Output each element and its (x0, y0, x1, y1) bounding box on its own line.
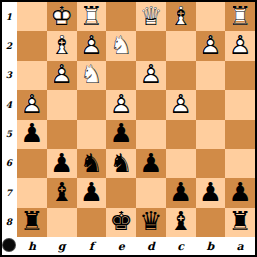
rank-label-7: 7 (2, 178, 16, 207)
white-pawn-outline: ♙ (228, 32, 251, 58)
square-e8[interactable]: ♚ (106, 208, 136, 237)
square-c5[interactable] (166, 120, 196, 149)
square-c8[interactable]: ♝ (166, 208, 196, 237)
white-knight[interactable]: ♞♘ (106, 31, 136, 60)
black-rook[interactable]: ♜ (17, 208, 47, 237)
white-pawn[interactable]: ♟♙ (77, 31, 107, 60)
white-rook-outline: ♖ (80, 3, 103, 29)
square-f3[interactable]: ♞♘ (77, 61, 107, 90)
black-bishop-glyph: ♝ (50, 179, 73, 205)
black-pawn[interactable]: ♟ (225, 178, 255, 207)
square-f5[interactable] (77, 120, 107, 149)
white-rook-outline: ♖ (228, 3, 251, 29)
black-pawn[interactable]: ♟ (106, 120, 136, 149)
white-queen-outline: ♕ (139, 3, 162, 29)
square-e6[interactable]: ♞ (106, 149, 136, 178)
black-knight[interactable]: ♞ (106, 149, 136, 178)
black-pawn-glyph: ♟ (139, 150, 162, 176)
square-a6[interactable] (225, 149, 255, 178)
square-c7[interactable]: ♟ (166, 178, 196, 207)
white-pawn-outline: ♙ (50, 61, 73, 87)
square-c2[interactable] (166, 31, 196, 60)
square-c1[interactable]: ♝♗ (166, 2, 196, 31)
square-e5[interactable]: ♟ (106, 120, 136, 149)
file-label-d: d (136, 238, 166, 254)
black-rook[interactable]: ♜ (225, 208, 255, 237)
black-bishop[interactable]: ♝ (166, 208, 196, 237)
white-knight[interactable]: ♞♘ (77, 61, 107, 90)
square-c3[interactable] (166, 61, 196, 90)
white-pawn-outline: ♙ (199, 32, 222, 58)
black-pawn[interactable]: ♟ (17, 120, 47, 149)
square-e3[interactable] (106, 61, 136, 90)
black-pawn[interactable]: ♟ (136, 149, 166, 178)
black-pawn-glyph: ♟ (50, 150, 73, 176)
white-bishop-outline: ♗ (169, 3, 192, 29)
chess-diagram: 12345678 ♚♔♜♖♛♕♝♗♜♖♝♗♟♙♞♘♟♙♟♙♟♙♞♘♟♙♟♙♟♙♟… (0, 0, 257, 257)
square-b2[interactable]: ♟♙ (196, 31, 226, 60)
file-labels: hgfedcba (17, 238, 255, 254)
square-g8[interactable] (47, 208, 77, 237)
square-b7[interactable]: ♟ (196, 178, 226, 207)
square-e2[interactable]: ♞♘ (106, 31, 136, 60)
white-rook[interactable]: ♜♖ (225, 2, 255, 31)
file-label-a: a (225, 238, 255, 254)
black-pawn[interactable]: ♟ (47, 149, 77, 178)
square-d5[interactable] (136, 120, 166, 149)
square-b1[interactable] (196, 2, 226, 31)
white-pawn-outline: ♙ (80, 32, 103, 58)
file-label-b: b (196, 238, 226, 254)
white-knight-outline: ♘ (80, 61, 103, 87)
square-a7[interactable]: ♟ (225, 178, 255, 207)
black-bishop[interactable]: ♝ (47, 178, 77, 207)
white-rook[interactable]: ♜♖ (77, 2, 107, 31)
square-h4[interactable]: ♟♙ (17, 90, 47, 119)
square-d7[interactable] (136, 178, 166, 207)
square-d4[interactable] (136, 90, 166, 119)
black-king-glyph: ♚ (109, 208, 132, 234)
white-pawn[interactable]: ♟♙ (225, 31, 255, 60)
white-knight-outline: ♘ (109, 32, 132, 58)
white-king-outline: ♔ (50, 3, 73, 29)
square-g7[interactable]: ♝ (47, 178, 77, 207)
square-f4[interactable] (77, 90, 107, 119)
black-pawn[interactable]: ♟ (196, 178, 226, 207)
rank-label-5: 5 (2, 120, 16, 149)
square-f2[interactable]: ♟♙ (77, 31, 107, 60)
square-g5[interactable] (47, 120, 77, 149)
square-a5[interactable] (225, 120, 255, 149)
white-pawn[interactable]: ♟♙ (166, 90, 196, 119)
white-pawn[interactable]: ♟♙ (106, 90, 136, 119)
square-f1[interactable]: ♜♖ (77, 2, 107, 31)
square-d3[interactable]: ♟♙ (136, 61, 166, 90)
square-e4[interactable]: ♟♙ (106, 90, 136, 119)
square-a1[interactable]: ♜♖ (225, 2, 255, 31)
black-pawn-glyph: ♟ (199, 179, 222, 205)
square-h7[interactable] (17, 178, 47, 207)
square-b8[interactable] (196, 208, 226, 237)
file-label-f: f (77, 238, 107, 254)
file-label-g: g (47, 238, 77, 254)
square-f7[interactable]: ♟ (77, 178, 107, 207)
square-h6[interactable] (17, 149, 47, 178)
black-queen-glyph: ♛ (139, 208, 162, 234)
square-f6[interactable]: ♞ (77, 149, 107, 178)
square-h5[interactable]: ♟ (17, 120, 47, 149)
rank-label-3: 3 (2, 61, 16, 90)
black-knight-glyph: ♞ (109, 150, 132, 176)
square-e1[interactable] (106, 2, 136, 31)
square-d2[interactable] (136, 31, 166, 60)
black-to-move-indicator (3, 239, 15, 251)
file-label-h: h (17, 238, 47, 254)
rank-label-4: 4 (2, 90, 16, 119)
chess-board[interactable]: ♚♔♜♖♛♕♝♗♜♖♝♗♟♙♞♘♟♙♟♙♟♙♞♘♟♙♟♙♟♙♟♙♟♟♟♞♞♟♝♟… (17, 2, 255, 237)
white-pawn-outline: ♙ (109, 91, 132, 117)
square-h3[interactable] (17, 61, 47, 90)
white-pawn-outline: ♙ (139, 61, 162, 87)
white-pawn[interactable]: ♟♙ (17, 90, 47, 119)
square-b3[interactable] (196, 61, 226, 90)
white-bishop[interactable]: ♝♗ (166, 2, 196, 31)
black-rook-glyph: ♜ (20, 208, 43, 234)
black-pawn-glyph: ♟ (80, 179, 103, 205)
white-king[interactable]: ♚♔ (47, 2, 77, 31)
square-c6[interactable] (166, 149, 196, 178)
black-knight-glyph: ♞ (80, 150, 103, 176)
square-b5[interactable] (196, 120, 226, 149)
rank-label-2: 2 (2, 31, 16, 60)
square-h8[interactable]: ♜ (17, 208, 47, 237)
square-d6[interactable]: ♟ (136, 149, 166, 178)
square-c4[interactable]: ♟♙ (166, 90, 196, 119)
white-pawn[interactable]: ♟♙ (47, 61, 77, 90)
white-bishop[interactable]: ♝♗ (47, 31, 77, 60)
square-d1[interactable]: ♛♕ (136, 2, 166, 31)
square-f8[interactable] (77, 208, 107, 237)
file-label-e: e (106, 238, 136, 254)
white-pawn[interactable]: ♟♙ (136, 61, 166, 90)
black-rook-glyph: ♜ (228, 208, 251, 234)
square-h2[interactable] (17, 31, 47, 60)
rank-coordinate-gutter: 12345678 (2, 2, 17, 255)
square-g3[interactable]: ♟♙ (47, 61, 77, 90)
white-queen[interactable]: ♛♕ (136, 2, 166, 31)
square-h1[interactable] (17, 2, 47, 31)
square-d8[interactable]: ♛ (136, 208, 166, 237)
white-pawn-outline: ♙ (169, 91, 192, 117)
rank-label-6: 6 (2, 149, 16, 178)
square-b6[interactable] (196, 149, 226, 178)
white-bishop-outline: ♗ (50, 32, 73, 58)
black-bishop-glyph: ♝ (169, 208, 192, 234)
square-a2[interactable]: ♟♙ (225, 31, 255, 60)
rank-label-8: 8 (2, 208, 16, 237)
black-pawn[interactable]: ♟ (77, 178, 107, 207)
rank-label-1: 1 (2, 2, 16, 31)
square-a8[interactable]: ♜ (225, 208, 255, 237)
file-label-c: c (166, 238, 196, 254)
white-pawn[interactable]: ♟♙ (196, 31, 226, 60)
square-a3[interactable] (225, 61, 255, 90)
white-pawn-outline: ♙ (20, 91, 43, 117)
square-e7[interactable] (106, 178, 136, 207)
black-knight[interactable]: ♞ (77, 149, 107, 178)
black-pawn[interactable]: ♟ (166, 178, 196, 207)
black-pawn-glyph: ♟ (20, 120, 43, 146)
square-g6[interactable]: ♟ (47, 149, 77, 178)
black-pawn-glyph: ♟ (228, 179, 251, 205)
square-g4[interactable] (47, 90, 77, 119)
square-g1[interactable]: ♚♔ (47, 2, 77, 31)
black-queen[interactable]: ♛ (136, 208, 166, 237)
square-b4[interactable] (196, 90, 226, 119)
black-pawn-glyph: ♟ (109, 120, 132, 146)
square-g2[interactable]: ♝♗ (47, 31, 77, 60)
black-pawn-glyph: ♟ (169, 179, 192, 205)
square-a4[interactable] (225, 90, 255, 119)
black-king[interactable]: ♚ (106, 208, 136, 237)
